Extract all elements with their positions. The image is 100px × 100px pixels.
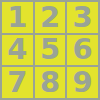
grid-cell-7[interactable]: 7 bbox=[2, 67, 33, 98]
grid-cell-4[interactable]: 4 bbox=[2, 35, 33, 66]
grid-cell-3[interactable]: 3 bbox=[67, 2, 98, 33]
grid-cell-1[interactable]: 1 bbox=[2, 2, 33, 33]
grid-cell-5[interactable]: 5 bbox=[35, 35, 66, 66]
grid-cell-6[interactable]: 6 bbox=[67, 35, 98, 66]
grid-cell-2[interactable]: 2 bbox=[35, 2, 66, 33]
number-grid-board: 123456789 bbox=[0, 0, 100, 100]
grid-cell-9[interactable]: 9 bbox=[67, 67, 98, 98]
grid-cell-8[interactable]: 8 bbox=[35, 67, 66, 98]
